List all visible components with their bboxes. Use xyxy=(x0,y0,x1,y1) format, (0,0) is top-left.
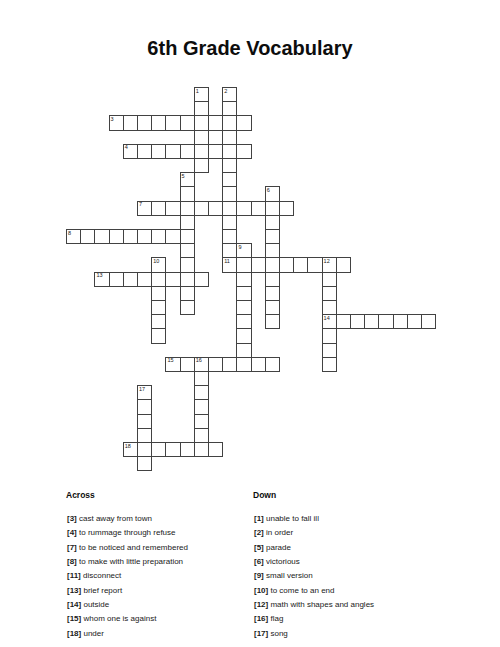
grid-cell-r25c9[interactable] xyxy=(194,442,209,457)
grid-cell-r24c5[interactable] xyxy=(137,428,152,443)
cell-number-7: 7 xyxy=(139,202,142,208)
grid-cell-r16c12[interactable] xyxy=(236,314,251,329)
grid-cell-r25c4[interactable]: 18 xyxy=(123,442,138,457)
page-title: 6th Grade Vocabulary xyxy=(0,37,500,60)
grid-cell-r8c11[interactable] xyxy=(222,201,237,216)
clue-across-8: [8] to make with little preparation xyxy=(66,555,256,569)
grid-cell-r25c6[interactable] xyxy=(151,442,166,457)
down-header: Down xyxy=(253,490,443,500)
cell-number-9: 9 xyxy=(238,245,241,251)
grid-cell-r16c25[interactable] xyxy=(421,314,436,329)
cell-number-12: 12 xyxy=(324,259,330,265)
cell-number-4: 4 xyxy=(125,145,128,151)
grid-cell-r2c4[interactable] xyxy=(123,115,138,130)
cell-number-11: 11 xyxy=(224,259,230,265)
grid-cell-r14c18[interactable] xyxy=(322,286,337,301)
grid-cell-r8c15[interactable] xyxy=(279,201,294,216)
clue-across-18: [18] under xyxy=(66,627,256,641)
grid-cell-r15c8[interactable] xyxy=(180,300,195,315)
grid-cell-r9c11[interactable] xyxy=(222,215,237,230)
grid-cell-r10c6[interactable] xyxy=(151,229,166,244)
grid-cell-r1c11[interactable] xyxy=(222,101,237,116)
grid-cell-r13c7[interactable] xyxy=(165,272,180,287)
grid-cell-r5c9[interactable] xyxy=(194,158,209,173)
grid-cell-r15c14[interactable] xyxy=(265,300,280,315)
clue-across-4: [4] to rummage through refuse xyxy=(66,526,256,540)
grid-cell-r10c11[interactable] xyxy=(222,229,237,244)
grid-cell-r8c13[interactable] xyxy=(251,201,266,216)
grid-cell-r10c5[interactable] xyxy=(137,229,152,244)
cell-number-14: 14 xyxy=(324,316,330,322)
grid-cell-r4c4[interactable]: 4 xyxy=(123,144,138,159)
clue-across-13: [13] brief report xyxy=(66,584,256,598)
grid-cell-r11c14[interactable] xyxy=(265,243,280,258)
grid-cell-r8c6[interactable] xyxy=(151,201,166,216)
grid-cell-r16c22[interactable] xyxy=(378,314,393,329)
grid-cell-r12c13[interactable] xyxy=(251,257,266,272)
cell-number-6: 6 xyxy=(267,188,270,194)
grid-cell-r0c11[interactable]: 2 xyxy=(222,87,237,102)
grid-cell-r19c14[interactable] xyxy=(265,357,280,372)
clue-down-9: [9] small version xyxy=(253,569,443,583)
clue-across-15: [15] whom one is against xyxy=(66,612,256,626)
grid-cell-r9c14[interactable] xyxy=(265,215,280,230)
grid-cell-r12c11[interactable]: 11 xyxy=(222,257,237,272)
grid-cell-r25c10[interactable] xyxy=(208,442,223,457)
grid-cell-r15c12[interactable] xyxy=(236,300,251,315)
across-clues-section: Across [3] cast away from town[4] to rum… xyxy=(66,490,256,641)
grid-cell-r13c9[interactable] xyxy=(194,272,209,287)
grid-cell-r13c8[interactable] xyxy=(180,272,195,287)
grid-cell-r15c6[interactable] xyxy=(151,300,166,315)
grid-cell-r4c11[interactable] xyxy=(222,144,237,159)
grid-cell-r17c18[interactable] xyxy=(322,328,337,343)
grid-cell-r16c23[interactable] xyxy=(393,314,408,329)
grid-cell-r8c7[interactable] xyxy=(165,201,180,216)
grid-cell-r4c6[interactable] xyxy=(151,144,166,159)
cell-number-8: 8 xyxy=(68,231,71,237)
grid-cell-r2c12[interactable] xyxy=(236,115,251,130)
grid-cell-r25c7[interactable] xyxy=(165,442,180,457)
grid-cell-r8c8[interactable] xyxy=(180,201,195,216)
grid-cell-r22c5[interactable] xyxy=(137,399,152,414)
grid-cell-r2c5[interactable] xyxy=(137,115,152,130)
grid-cell-r2c8[interactable] xyxy=(180,115,195,130)
clue-down-17: [17] song xyxy=(253,627,443,641)
grid-cell-r11c8[interactable] xyxy=(180,243,195,258)
grid-cell-r10c2[interactable] xyxy=(94,229,109,244)
grid-cell-r12c19[interactable] xyxy=(336,257,351,272)
grid-cell-r7c11[interactable] xyxy=(222,186,237,201)
grid-cell-r14c8[interactable] xyxy=(180,286,195,301)
grid-cell-r13c12[interactable] xyxy=(236,272,251,287)
clue-across-11: [11] disconnect xyxy=(66,569,256,583)
grid-cell-r13c18[interactable] xyxy=(322,272,337,287)
grid-cell-r8c9[interactable] xyxy=(194,201,209,216)
cell-number-10: 10 xyxy=(153,259,159,265)
grid-cell-r8c5[interactable]: 7 xyxy=(137,201,152,216)
clue-down-16: [16] flag xyxy=(253,612,443,626)
grid-cell-r2c6[interactable] xyxy=(151,115,166,130)
grid-cell-r10c3[interactable] xyxy=(109,229,124,244)
clue-across-3: [3] cast away from town xyxy=(66,512,256,526)
grid-cell-r19c8[interactable] xyxy=(180,357,195,372)
grid-cell-r21c5[interactable]: 17 xyxy=(137,385,152,400)
grid-cell-r11c12[interactable]: 9 xyxy=(236,243,251,258)
grid-cell-r19c7[interactable]: 15 xyxy=(165,357,180,372)
across-clue-list: [3] cast away from town[4] to rummage th… xyxy=(66,512,256,641)
grid-cell-r13c14[interactable] xyxy=(265,272,280,287)
grid-cell-r19c18[interactable] xyxy=(322,357,337,372)
grid-cell-r19c12[interactable] xyxy=(236,357,251,372)
grid-cell-r20c9[interactable] xyxy=(194,371,209,386)
grid-cell-r17c12[interactable] xyxy=(236,328,251,343)
grid-cell-r6c8[interactable]: 5 xyxy=(180,172,195,187)
grid-cell-r7c8[interactable] xyxy=(180,186,195,201)
grid-cell-r23c5[interactable] xyxy=(137,414,152,429)
cell-number-15: 15 xyxy=(167,358,173,364)
grid-cell-r16c14[interactable] xyxy=(265,314,280,329)
cell-number-18: 18 xyxy=(125,444,131,450)
grid-cell-r16c21[interactable] xyxy=(364,314,379,329)
grid-cell-r13c2[interactable]: 13 xyxy=(94,272,109,287)
grid-cell-r12c17[interactable] xyxy=(307,257,322,272)
cell-number-2: 2 xyxy=(224,89,227,95)
clue-down-10: [10] to come to an end xyxy=(253,584,443,598)
grid-cell-r23c9[interactable] xyxy=(194,414,209,429)
grid-cell-r12c8[interactable] xyxy=(180,257,195,272)
grid-cell-r12c16[interactable] xyxy=(293,257,308,272)
grid-cell-r4c5[interactable] xyxy=(137,144,152,159)
grid-cell-r19c13[interactable] xyxy=(251,357,266,372)
clue-down-1: [1] unable to fall ill xyxy=(253,512,443,526)
grid-cell-r16c20[interactable] xyxy=(350,314,365,329)
grid-cell-r25c8[interactable] xyxy=(180,442,195,457)
grid-cell-r21c9[interactable] xyxy=(194,385,209,400)
grid-cell-r10c1[interactable] xyxy=(80,229,95,244)
crossword-worksheet: { "game": "crossword", "title": "6th Gra… xyxy=(0,0,500,647)
cell-number-5: 5 xyxy=(182,174,185,180)
grid-cell-r18c18[interactable] xyxy=(322,343,337,358)
grid-cell-r10c14[interactable] xyxy=(265,229,280,244)
grid-cell-r25c5[interactable] xyxy=(137,442,152,457)
cell-number-3: 3 xyxy=(111,117,114,123)
grid-cell-r3c11[interactable] xyxy=(222,130,237,145)
clue-across-7: [7] to be noticed and remembered xyxy=(66,541,256,555)
grid-cell-r26c5[interactable] xyxy=(137,456,152,471)
grid-cell-r10c8[interactable] xyxy=(180,229,195,244)
grid-cell-r13c3[interactable] xyxy=(109,272,124,287)
grid-cell-r4c12[interactable] xyxy=(236,144,251,159)
grid-cell-r8c14[interactable] xyxy=(265,201,280,216)
grid-cell-r12c12[interactable] xyxy=(236,257,251,272)
grid-cell-r4c9[interactable] xyxy=(194,144,209,159)
grid-cell-r12c14[interactable] xyxy=(265,257,280,272)
grid-cell-r16c24[interactable] xyxy=(407,314,422,329)
grid-cell-r3c9[interactable] xyxy=(194,130,209,145)
grid-cell-r6c11[interactable] xyxy=(222,172,237,187)
crossword-grid: 123456789101112131415161718 xyxy=(66,87,437,472)
grid-cell-r10c4[interactable] xyxy=(123,229,138,244)
cell-number-17: 17 xyxy=(139,387,145,393)
grid-cell-r13c6[interactable] xyxy=(151,272,166,287)
grid-cell-r16c18[interactable]: 14 xyxy=(322,314,337,329)
grid-cell-r14c14[interactable] xyxy=(265,286,280,301)
grid-cell-r17c6[interactable] xyxy=(151,328,166,343)
clue-down-12: [12] math with shapes and angles xyxy=(253,598,443,612)
grid-cell-r2c10[interactable] xyxy=(208,115,223,130)
grid-cell-r2c7[interactable] xyxy=(165,115,180,130)
grid-cell-r12c15[interactable] xyxy=(279,257,294,272)
grid-cell-r4c8[interactable] xyxy=(180,144,195,159)
grid-cell-r2c9[interactable] xyxy=(194,115,209,130)
grid-cell-r19c10[interactable] xyxy=(208,357,223,372)
grid-cell-r24c9[interactable] xyxy=(194,428,209,443)
grid-cell-r2c3[interactable]: 3 xyxy=(109,115,124,130)
across-header: Across xyxy=(66,490,256,500)
grid-cell-r1c9[interactable] xyxy=(194,101,209,116)
grid-cell-r19c11[interactable] xyxy=(222,357,237,372)
grid-cell-r10c0[interactable]: 8 xyxy=(66,229,81,244)
grid-cell-r16c6[interactable] xyxy=(151,314,166,329)
grid-cell-r15c18[interactable] xyxy=(322,300,337,315)
grid-cell-r16c19[interactable] xyxy=(336,314,351,329)
grid-cell-r22c9[interactable] xyxy=(194,399,209,414)
cell-number-13: 13 xyxy=(96,273,102,279)
grid-cell-r14c6[interactable] xyxy=(151,286,166,301)
grid-cell-r4c7[interactable] xyxy=(165,144,180,159)
clue-across-14: [14] outside xyxy=(66,598,256,612)
grid-cell-r0c9[interactable]: 1 xyxy=(194,87,209,102)
down-clues-section: Down [1] unable to fall ill[2] in order[… xyxy=(253,490,443,641)
grid-cell-r11c11[interactable] xyxy=(222,243,237,258)
grid-cell-r5c11[interactable] xyxy=(222,158,237,173)
cell-number-1: 1 xyxy=(196,89,199,95)
grid-cell-r12c18[interactable]: 12 xyxy=(322,257,337,272)
grid-cell-r12c6[interactable]: 10 xyxy=(151,257,166,272)
clue-down-5: [5] parade xyxy=(253,541,443,555)
grid-cell-r2c11[interactable] xyxy=(222,115,237,130)
grid-cell-r7c14[interactable]: 6 xyxy=(265,186,280,201)
grid-cell-r10c7[interactable] xyxy=(165,229,180,244)
clue-down-6: [6] victorious xyxy=(253,555,443,569)
cell-number-16: 16 xyxy=(196,358,202,364)
grid-cell-r13c4[interactable] xyxy=(123,272,138,287)
grid-cell-r8c10[interactable] xyxy=(208,201,223,216)
grid-cell-r8c12[interactable] xyxy=(236,201,251,216)
grid-cell-r14c12[interactable] xyxy=(236,286,251,301)
grid-cell-r19c9[interactable]: 16 xyxy=(194,357,209,372)
grid-cell-r4c10[interactable] xyxy=(208,144,223,159)
grid-cell-r9c8[interactable] xyxy=(180,215,195,230)
clue-down-2: [2] in order xyxy=(253,526,443,540)
grid-cell-r13c5[interactable] xyxy=(137,272,152,287)
down-clue-list: [1] unable to fall ill[2] in order[5] pa… xyxy=(253,512,443,641)
grid-cell-r18c12[interactable] xyxy=(236,343,251,358)
